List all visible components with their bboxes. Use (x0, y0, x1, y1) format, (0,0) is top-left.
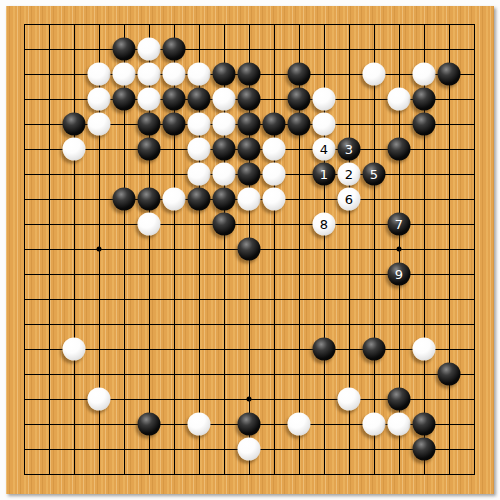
white-stone (88, 388, 111, 411)
white-stone (138, 88, 161, 111)
white-stone: 8 (313, 213, 336, 236)
white-stone (413, 63, 436, 86)
white-stone (238, 438, 261, 461)
white-stone: 6 (338, 188, 361, 211)
black-stone (263, 113, 286, 136)
white-stone: 2 (338, 163, 361, 186)
black-stone: 1 (313, 163, 336, 186)
black-stone (213, 138, 236, 161)
black-stone (363, 338, 386, 361)
black-stone (188, 88, 211, 111)
black-stone (113, 88, 136, 111)
black-stone (213, 213, 236, 236)
white-stone (313, 113, 336, 136)
move-number-label: 8 (320, 218, 328, 231)
move-number-label: 3 (345, 143, 353, 156)
white-stone (163, 188, 186, 211)
black-stone (238, 163, 261, 186)
black-stone (438, 363, 461, 386)
white-stone (363, 413, 386, 436)
white-stone (88, 63, 111, 86)
black-stone: 3 (338, 138, 361, 161)
black-stone (138, 188, 161, 211)
white-stone (188, 163, 211, 186)
white-stone (213, 163, 236, 186)
white-stone (88, 88, 111, 111)
white-stone (113, 63, 136, 86)
black-stone (138, 113, 161, 136)
black-stone (138, 413, 161, 436)
star-point (247, 397, 252, 402)
black-stone (213, 63, 236, 86)
white-stone (138, 63, 161, 86)
black-stone (388, 388, 411, 411)
white-stone (263, 188, 286, 211)
white-stone (288, 413, 311, 436)
black-stone: 7 (388, 213, 411, 236)
move-number-label: 9 (395, 268, 403, 281)
board-frame: 431256879 (0, 0, 500, 500)
black-stone (163, 38, 186, 61)
white-stone (88, 113, 111, 136)
black-stone (238, 88, 261, 111)
white-stone (213, 113, 236, 136)
white-stone (138, 213, 161, 236)
move-number-label: 7 (395, 218, 403, 231)
star-point (397, 247, 402, 252)
black-stone (113, 38, 136, 61)
move-number-label: 5 (370, 168, 378, 181)
black-stone (288, 88, 311, 111)
star-point (97, 247, 102, 252)
white-stone (263, 138, 286, 161)
black-stone (438, 63, 461, 86)
black-stone (413, 113, 436, 136)
white-stone (188, 138, 211, 161)
black-stone (213, 188, 236, 211)
black-stone (138, 138, 161, 161)
white-stone: 4 (313, 138, 336, 161)
white-stone (413, 338, 436, 361)
black-stone (238, 63, 261, 86)
white-stone (263, 163, 286, 186)
move-number-label: 4 (320, 143, 328, 156)
black-stone: 9 (388, 263, 411, 286)
white-stone (63, 338, 86, 361)
black-stone (238, 413, 261, 436)
black-stone (388, 138, 411, 161)
black-stone (413, 438, 436, 461)
white-stone (188, 413, 211, 436)
black-stone (238, 238, 261, 261)
white-stone (363, 63, 386, 86)
move-number-label: 1 (320, 168, 328, 181)
white-stone (188, 113, 211, 136)
black-stone (238, 113, 261, 136)
goban[interactable]: 431256879 (6, 6, 494, 494)
white-stone (238, 188, 261, 211)
black-stone (288, 113, 311, 136)
black-stone (413, 413, 436, 436)
black-stone (313, 338, 336, 361)
black-stone (63, 113, 86, 136)
white-stone (388, 413, 411, 436)
black-stone (188, 188, 211, 211)
black-stone (163, 113, 186, 136)
black-stone: 5 (363, 163, 386, 186)
white-stone (388, 88, 411, 111)
white-stone (63, 138, 86, 161)
black-stone (238, 138, 261, 161)
white-stone (163, 63, 186, 86)
black-stone (413, 88, 436, 111)
move-number-label: 2 (345, 168, 353, 181)
white-stone (188, 63, 211, 86)
white-stone (213, 88, 236, 111)
white-stone (338, 388, 361, 411)
move-number-label: 6 (345, 193, 353, 206)
black-stone (288, 63, 311, 86)
white-stone (313, 88, 336, 111)
black-stone (113, 188, 136, 211)
white-stone (138, 38, 161, 61)
black-stone (163, 88, 186, 111)
